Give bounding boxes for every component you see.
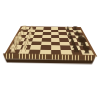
piece-white-pawn-f2: ♟ [26, 35, 31, 40]
piece-black-pawn-e7: ♟ [70, 38, 75, 44]
pieces-layer: ♜♞♝♛♚♝♞♜♟♟♟♟♟♟♟♟♟♟♟♟♟♟♟♟♜♞♝♛♚♝♞♜ [0, 0, 100, 100]
piece-white-rook-h1: ♜ [22, 26, 27, 32]
piece-white-pawn-d2: ♟ [24, 40, 29, 46]
piece-white-pawn-h2: ♟ [30, 27, 34, 32]
piece-white-pawn-e2: ♟ [25, 38, 30, 44]
piece-white-pawn-g2: ♟ [28, 31, 33, 36]
piece-black-pawn-f7: ♟ [69, 35, 74, 40]
piece-white-pawn-b2: ♟ [21, 45, 27, 52]
piece-black-rook-h8: ♜ [73, 27, 78, 33]
piece-black-pawn-c7: ♟ [72, 43, 78, 49]
piece-black-pawn-b7: ♟ [73, 45, 79, 52]
piece-black-queen-d8: ♛ [79, 38, 87, 47]
photo-area: ♜♞♝♛♚♝♞♜♟♟♟♟♟♟♟♟♟♟♟♟♟♟♟♟♜♞♝♛♚♝♞♜ [0, 0, 100, 100]
piece-black-pawn-g7: ♟ [67, 32, 72, 37]
piece-white-pawn-c2: ♟ [22, 43, 28, 49]
piece-black-rook-a8: ♜ [83, 46, 90, 54]
piece-black-bishop-c8: ♝ [81, 41, 89, 50]
piece-white-knight-b1: ♞ [10, 43, 18, 51]
piece-black-knight-b8: ♞ [82, 44, 90, 52]
piece-black-pawn-h7: ♟ [66, 27, 70, 32]
piece-white-bishop-f1: ♝ [17, 32, 24, 39]
piece-black-bishop-f8: ♝ [76, 33, 83, 40]
piece-white-pawn-a2: ♟ [20, 47, 26, 54]
piece-white-queen-d1: ♛ [13, 37, 21, 46]
chess-set-photo: ♜♞♝♛♚♝♞♜♟♟♟♟♟♟♟♟♟♟♟♟♟♟♟♟♜♞♝♛♚♝♞♜ [0, 0, 100, 100]
piece-black-king-e8: ♚ [77, 34, 86, 44]
piece-white-rook-a1: ♜ [9, 45, 16, 53]
piece-black-pawn-a7: ♟ [73, 47, 79, 54]
piece-black-pawn-d7: ♟ [71, 41, 76, 47]
piece-white-king-e1: ♚ [14, 33, 23, 43]
piece-white-knight-g1: ♞ [19, 30, 25, 36]
piece-white-bishop-c1: ♝ [11, 40, 19, 49]
piece-black-knight-g8: ♞ [75, 30, 81, 36]
